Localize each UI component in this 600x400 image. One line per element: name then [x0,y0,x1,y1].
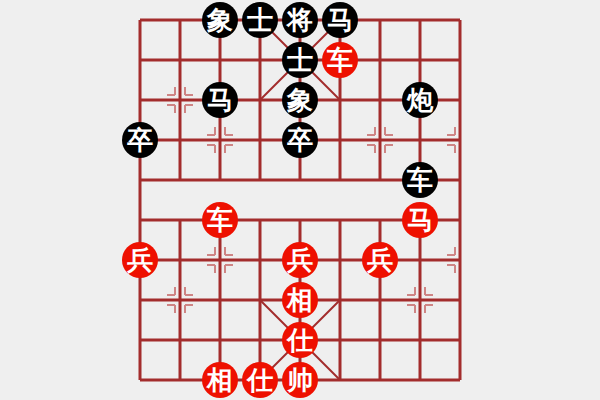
piece-black-advisor[interactable]: 士 [242,2,278,38]
board-point-2-0: 象 [200,0,240,40]
board-point-4-3: 卒 [280,120,320,160]
piece-red-chariot[interactable]: 车 [322,42,358,78]
piece-red-elephant[interactable]: 相 [282,282,318,318]
board-point-2-5: 车 [200,200,240,240]
board-point-4-8: 仕 [280,320,320,360]
piece-black-horse[interactable]: 马 [202,82,238,118]
piece-red-horse[interactable]: 马 [402,202,438,238]
board-point-5-1: 车 [320,40,360,80]
board-point-4-7: 相 [280,280,320,320]
board-point-0-6: 兵 [120,240,160,280]
board-point-3-9: 仕 [240,360,280,400]
piece-black-advisor[interactable]: 士 [282,42,318,78]
board-point-4-9: 帅 [280,360,320,400]
board-point-4-6: 兵 [280,240,320,280]
piece-red-soldier[interactable]: 兵 [362,242,398,278]
piece-red-soldier[interactable]: 兵 [282,242,318,278]
piece-black-elephant[interactable]: 象 [202,2,238,38]
piece-black-chariot[interactable]: 车 [402,162,438,198]
piece-red-advisor[interactable]: 仕 [282,322,318,358]
piece-black-soldier[interactable]: 卒 [282,122,318,158]
board-point-7-2: 炮 [400,80,440,120]
piece-grid: 象士将马士车马象炮卒卒车车马兵兵兵相仕相仕帅 [120,0,480,400]
piece-red-general[interactable]: 帅 [282,362,318,398]
board-point-4-2: 象 [280,80,320,120]
board-point-3-0: 士 [240,0,280,40]
board-point-5-0: 马 [320,0,360,40]
board-point-7-4: 车 [400,160,440,200]
board-point-4-1: 士 [280,40,320,80]
piece-black-soldier[interactable]: 卒 [122,122,158,158]
piece-red-advisor[interactable]: 仕 [242,362,278,398]
piece-black-elephant[interactable]: 象 [282,82,318,118]
piece-black-cannon[interactable]: 炮 [402,82,438,118]
board-point-4-0: 将 [280,0,320,40]
board-point-6-6: 兵 [360,240,400,280]
board-point-0-3: 卒 [120,120,160,160]
xiangqi-board: 象士将马士车马象炮卒卒车车马兵兵兵相仕相仕帅 [0,0,600,400]
piece-red-soldier[interactable]: 兵 [122,242,158,278]
board-point-2-2: 马 [200,80,240,120]
piece-black-general[interactable]: 将 [282,2,318,38]
board-point-7-5: 马 [400,200,440,240]
piece-red-elephant[interactable]: 相 [202,362,238,398]
board-point-2-9: 相 [200,360,240,400]
piece-black-horse[interactable]: 马 [322,2,358,38]
piece-red-chariot[interactable]: 车 [202,202,238,238]
